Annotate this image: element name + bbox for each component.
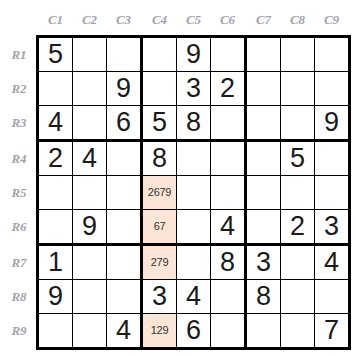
cell-r9c3[interactable]: 4 xyxy=(107,314,143,347)
cell-r8c2[interactable] xyxy=(73,280,107,314)
cell-r3c6[interactable] xyxy=(211,106,247,142)
cell-value: 4 xyxy=(220,213,235,240)
cell-r7c6[interactable]: 8 xyxy=(211,246,247,280)
cell-value: 5 xyxy=(48,41,63,68)
cell-r6c9[interactable]: 3 xyxy=(315,210,348,246)
cell-value: 3 xyxy=(152,283,167,310)
cell-r4c7[interactable] xyxy=(247,142,281,176)
cell-r6c4[interactable]: 67 xyxy=(143,210,177,246)
cell-r2c2[interactable] xyxy=(73,72,107,106)
col-label-c7: C7 xyxy=(247,12,280,28)
col-label-c5: C5 xyxy=(177,12,210,28)
cell-r8c4[interactable]: 3 xyxy=(143,280,177,314)
cell-r2c8[interactable] xyxy=(281,72,315,106)
row-label-r2: R2 xyxy=(0,72,36,105)
cell-r3c8[interactable] xyxy=(281,106,315,142)
cell-r8c1[interactable]: 9 xyxy=(39,280,73,314)
col-label-c2: C2 xyxy=(73,12,106,28)
cell-r1c3[interactable] xyxy=(107,38,143,72)
cell-value: 5 xyxy=(290,145,305,172)
cell-r4c6[interactable] xyxy=(211,142,247,176)
cell-value: 7 xyxy=(324,317,339,344)
cell-r6c7[interactable] xyxy=(247,210,281,246)
cell-r5c7[interactable] xyxy=(247,176,281,210)
cell-value: 4 xyxy=(116,317,131,344)
cell-r7c4[interactable]: 279 xyxy=(143,246,177,280)
cell-r2c7[interactable] xyxy=(247,72,281,106)
row-label-r5: R5 xyxy=(0,176,36,209)
cell-r7c5[interactable] xyxy=(177,246,211,280)
cell-r7c9[interactable]: 4 xyxy=(315,246,348,280)
col-label-c3: C3 xyxy=(107,12,140,28)
cell-r4c4[interactable]: 8 xyxy=(143,142,177,176)
cell-value: 8 xyxy=(256,283,271,310)
cell-r3c5[interactable]: 8 xyxy=(177,106,211,142)
cell-r6c6[interactable]: 4 xyxy=(211,210,247,246)
cell-r7c3[interactable] xyxy=(107,246,143,280)
cell-r1c5[interactable]: 9 xyxy=(177,38,211,72)
cell-r5c2[interactable] xyxy=(73,176,107,210)
cell-r5c5[interactable] xyxy=(177,176,211,210)
cell-r5c6[interactable] xyxy=(211,176,247,210)
cell-value: 8 xyxy=(152,145,167,172)
cell-r4c9[interactable] xyxy=(315,142,348,176)
cell-value: 3 xyxy=(186,75,201,102)
cell-r8c8[interactable] xyxy=(281,280,315,314)
cell-r3c7[interactable] xyxy=(247,106,281,142)
cell-candidates: 279 xyxy=(151,257,168,268)
cell-value: 9 xyxy=(324,109,339,136)
cell-r3c3[interactable]: 6 xyxy=(107,106,143,142)
cell-r4c3[interactable] xyxy=(107,142,143,176)
cell-candidates: 129 xyxy=(151,325,168,336)
cell-value: 4 xyxy=(82,145,97,172)
cell-value: 3 xyxy=(324,213,339,240)
cell-value: 2 xyxy=(48,145,63,172)
cell-r6c3[interactable] xyxy=(107,210,143,246)
cell-value: 9 xyxy=(186,41,201,68)
cell-r1c9[interactable] xyxy=(315,38,348,72)
cell-value: 2 xyxy=(220,75,235,102)
cell-r8c9[interactable] xyxy=(315,280,348,314)
cell-candidates: 67 xyxy=(154,221,166,232)
cell-r1c8[interactable] xyxy=(281,38,315,72)
row-labels: R1R2R3R4R5R6R7R8R9 xyxy=(0,35,36,350)
row-label-r4: R4 xyxy=(0,142,36,175)
cell-value: 4 xyxy=(186,283,201,310)
col-label-c9: C9 xyxy=(315,12,348,28)
col-label-c4: C4 xyxy=(143,12,176,28)
cell-r9c2[interactable] xyxy=(73,314,107,347)
cell-value: 6 xyxy=(116,109,131,136)
row-label-r8: R8 xyxy=(0,280,36,313)
cell-r1c1[interactable]: 5 xyxy=(39,38,73,72)
cell-value: 4 xyxy=(48,109,63,136)
cell-r3c9[interactable]: 9 xyxy=(315,106,348,142)
cell-r3c2[interactable] xyxy=(73,106,107,142)
cell-r4c8[interactable]: 5 xyxy=(281,142,315,176)
cell-value: 8 xyxy=(186,109,201,136)
cell-value: 6 xyxy=(186,317,201,344)
cell-r7c2[interactable] xyxy=(73,246,107,280)
cell-r4c5[interactable] xyxy=(177,142,211,176)
corner-spacer xyxy=(0,2,36,35)
col-label-c6: C6 xyxy=(211,12,244,28)
cell-r8c7[interactable]: 8 xyxy=(247,280,281,314)
cell-r6c8[interactable]: 2 xyxy=(281,210,315,246)
cell-r2c1[interactable] xyxy=(39,72,73,106)
cell-r9c8[interactable] xyxy=(281,314,315,347)
cell-r9c1[interactable] xyxy=(39,314,73,347)
cell-value: 1 xyxy=(48,249,63,276)
col-label-c8: C8 xyxy=(281,12,314,28)
cell-r7c8[interactable] xyxy=(281,246,315,280)
row-label-r1: R1 xyxy=(0,38,36,71)
row-label-r3: R3 xyxy=(0,106,36,139)
cell-r2c5[interactable]: 3 xyxy=(177,72,211,106)
cell-r2c9[interactable] xyxy=(315,72,348,106)
cell-r7c7[interactable]: 3 xyxy=(247,246,281,280)
cell-r6c2[interactable]: 9 xyxy=(73,210,107,246)
cell-r2c4[interactable] xyxy=(143,72,177,106)
sudoku-board: 5993246589248526799674231279834934841296… xyxy=(36,35,351,350)
cell-r1c7[interactable] xyxy=(247,38,281,72)
cell-r5c9[interactable] xyxy=(315,176,348,210)
cell-r5c1[interactable] xyxy=(39,176,73,210)
cell-r9c9[interactable]: 7 xyxy=(315,314,348,347)
cell-r7c1[interactable]: 1 xyxy=(39,246,73,280)
cell-r1c2[interactable] xyxy=(73,38,107,72)
cell-r8c3[interactable] xyxy=(107,280,143,314)
cell-r5c4[interactable]: 2679 xyxy=(143,176,177,210)
cell-value: 3 xyxy=(256,249,271,276)
cell-value: 9 xyxy=(48,283,63,310)
row-label-r9: R9 xyxy=(0,314,36,347)
cell-r1c6[interactable] xyxy=(211,38,247,72)
cell-candidates: 2679 xyxy=(148,187,171,198)
sudoku-widget: C1C2C3C4C5C6C7C8C9 R1R2R3R4R5R6R7R8R9 59… xyxy=(0,0,356,350)
cell-value: 9 xyxy=(116,75,131,102)
cell-r8c6[interactable] xyxy=(211,280,247,314)
cell-r5c3[interactable] xyxy=(107,176,143,210)
cell-r9c7[interactable] xyxy=(247,314,281,347)
cell-r1c4[interactable] xyxy=(143,38,177,72)
cell-r9c5[interactable]: 6 xyxy=(177,314,211,347)
cell-r9c6[interactable] xyxy=(211,314,247,347)
cell-r6c1[interactable] xyxy=(39,210,73,246)
cell-r3c4[interactable]: 5 xyxy=(143,106,177,142)
cell-r9c4[interactable]: 129 xyxy=(143,314,177,347)
cell-r5c8[interactable] xyxy=(281,176,315,210)
cell-r6c5[interactable] xyxy=(177,210,211,246)
column-labels: C1C2C3C4C5C6C7C8C9 xyxy=(36,2,356,35)
row-label-r7: R7 xyxy=(0,246,36,279)
cell-r3c1[interactable]: 4 xyxy=(39,106,73,142)
row-label-r6: R6 xyxy=(0,210,36,243)
cell-r4c1[interactable]: 2 xyxy=(39,142,73,176)
cell-r4c2[interactable]: 4 xyxy=(73,142,107,176)
cell-value: 4 xyxy=(324,249,339,276)
cell-r8c5[interactable]: 4 xyxy=(177,280,211,314)
cell-value: 2 xyxy=(290,213,305,240)
cell-value: 9 xyxy=(82,213,97,240)
cell-value: 5 xyxy=(152,109,167,136)
col-label-c1: C1 xyxy=(39,12,72,28)
cell-r2c6[interactable]: 2 xyxy=(211,72,247,106)
cell-r2c3[interactable]: 9 xyxy=(107,72,143,106)
cell-value: 8 xyxy=(220,249,235,276)
